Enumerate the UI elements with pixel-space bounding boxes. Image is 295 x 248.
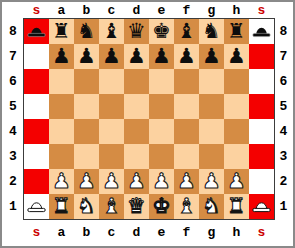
square-c1[interactable]: ♝ (99, 194, 124, 219)
square-c3[interactable] (99, 144, 124, 169)
square-s-left1[interactable] (24, 194, 49, 219)
square-h4[interactable] (224, 119, 249, 144)
square-b5[interactable] (74, 94, 99, 119)
square-a7[interactable]: ♟ (49, 44, 74, 69)
file-label-bottom-d: d (124, 219, 149, 246)
piece-black-pawn: ♟ (227, 44, 246, 69)
piece-black-pawn: ♟ (177, 44, 196, 69)
file-label-bottom-h: h (224, 219, 249, 246)
square-f8[interactable]: ♝ (174, 19, 199, 44)
piece-white-queen: ♛ (127, 194, 146, 219)
piece-white-pawn: ♟ (227, 169, 246, 194)
piece-white-pawn: ♟ (102, 169, 121, 194)
square-s-right6[interactable] (249, 69, 274, 94)
file-label-top-s-right: s (249, 2, 274, 19)
rank-label-right-7: 7 (274, 44, 293, 69)
piece-white-hat (27, 200, 46, 213)
square-a5[interactable] (49, 94, 74, 119)
square-g4[interactable] (199, 119, 224, 144)
file-label-top-a: a (49, 2, 74, 19)
square-g2[interactable]: ♟ (199, 169, 224, 194)
square-b8[interactable]: ♞ (74, 19, 99, 44)
square-e7[interactable]: ♟ (149, 44, 174, 69)
piece-black-knight: ♞ (202, 19, 221, 44)
square-c6[interactable] (99, 69, 124, 94)
piece-white-bishop: ♝ (102, 194, 121, 219)
rank-label-left-2: 2 (2, 169, 24, 194)
square-s-right1[interactable] (249, 194, 274, 219)
square-h5[interactable] (224, 94, 249, 119)
piece-black-queen: ♛ (127, 19, 146, 44)
piece-white-knight: ♞ (202, 194, 221, 219)
piece-white-pawn: ♟ (177, 169, 196, 194)
rank-label-right-8: 8 (274, 19, 293, 44)
square-g5[interactable] (199, 94, 224, 119)
piece-black-pawn: ♟ (127, 44, 146, 69)
square-s-right3[interactable] (249, 144, 274, 169)
square-h7[interactable]: ♟ (224, 44, 249, 69)
square-s-left6[interactable] (24, 69, 49, 94)
square-c5[interactable] (99, 94, 124, 119)
file-label-bottom-c: c (99, 219, 124, 246)
rank-label-left-6: 6 (2, 69, 24, 94)
piece-white-pawn: ♟ (52, 169, 71, 194)
square-s-left4[interactable] (24, 119, 49, 144)
square-h6[interactable] (224, 69, 249, 94)
square-f5[interactable] (174, 94, 199, 119)
square-s-left8[interactable] (24, 19, 49, 44)
square-e2[interactable]: ♟ (149, 169, 174, 194)
rank-label-left-7: 7 (2, 44, 24, 69)
square-s-right7[interactable] (249, 44, 274, 69)
piece-black-hat (252, 25, 271, 38)
corner-spacer (274, 219, 293, 246)
square-b4[interactable] (74, 119, 99, 144)
piece-white-pawn: ♟ (152, 169, 171, 194)
square-e8[interactable]: ♚ (149, 19, 174, 44)
rank-label-right-2: 2 (274, 169, 293, 194)
file-label-top-f: f (174, 2, 199, 19)
piece-black-hat (27, 25, 46, 38)
corner-spacer (274, 2, 293, 19)
square-f1[interactable]: ♝ (174, 194, 199, 219)
rank-label-right-5: 5 (274, 94, 293, 119)
square-a8[interactable]: ♜ (49, 19, 74, 44)
square-c4[interactable] (99, 119, 124, 144)
piece-black-pawn: ♟ (102, 44, 121, 69)
square-a6[interactable] (49, 69, 74, 94)
rank-label-left-1: 1 (2, 194, 24, 219)
square-s-left5[interactable] (24, 94, 49, 119)
square-h3[interactable] (224, 144, 249, 169)
square-c7[interactable]: ♟ (99, 44, 124, 69)
piece-black-knight: ♞ (77, 19, 96, 44)
square-e5[interactable] (149, 94, 174, 119)
piece-black-pawn: ♟ (152, 44, 171, 69)
square-f7[interactable]: ♟ (174, 44, 199, 69)
piece-white-king: ♚ (152, 194, 171, 219)
square-f3[interactable] (174, 144, 199, 169)
rank-label-left-4: 4 (2, 119, 24, 144)
square-h2[interactable]: ♟ (224, 169, 249, 194)
square-c2[interactable]: ♟ (99, 169, 124, 194)
file-label-top-s-left: s (24, 2, 49, 19)
square-s-left7[interactable] (24, 44, 49, 69)
square-h1[interactable]: ♜ (224, 194, 249, 219)
file-label-top-c: c (99, 2, 124, 19)
square-c8[interactable]: ♝ (99, 19, 124, 44)
square-s-left3[interactable] (24, 144, 49, 169)
square-g1[interactable]: ♞ (199, 194, 224, 219)
file-label-top-g: g (199, 2, 224, 19)
piece-black-pawn: ♟ (202, 44, 221, 69)
rank-label-right-3: 3 (274, 144, 293, 169)
piece-black-bishop: ♝ (102, 19, 121, 44)
square-a1[interactable]: ♜ (49, 194, 74, 219)
piece-black-pawn: ♟ (77, 44, 96, 69)
square-d1[interactable]: ♛ (124, 194, 149, 219)
square-g8[interactable]: ♞ (199, 19, 224, 44)
piece-black-bishop: ♝ (177, 19, 196, 44)
rank-label-right-6: 6 (274, 69, 293, 94)
square-f4[interactable] (174, 119, 199, 144)
square-s-left2[interactable] (24, 169, 49, 194)
piece-black-king: ♚ (152, 19, 171, 44)
rank-label-right-4: 4 (274, 119, 293, 144)
file-label-top-h: h (224, 2, 249, 19)
file-label-bottom-g: g (199, 219, 224, 246)
square-d4[interactable] (124, 119, 149, 144)
piece-white-pawn: ♟ (77, 169, 96, 194)
square-h8[interactable]: ♜ (224, 19, 249, 44)
piece-white-pawn: ♟ (202, 169, 221, 194)
square-s-right8[interactable] (249, 19, 274, 44)
piece-white-pawn: ♟ (127, 169, 146, 194)
piece-white-hat (252, 200, 271, 213)
square-e6[interactable] (149, 69, 174, 94)
square-b6[interactable] (74, 69, 99, 94)
piece-white-bishop: ♝ (177, 194, 196, 219)
square-g3[interactable] (199, 144, 224, 169)
chess-variant-board: sabcdefghs8♜♞♝♛♚♝♞♜87♟♟♟♟♟♟♟♟7665544332♟… (2, 2, 293, 246)
square-d6[interactable] (124, 69, 149, 94)
corner-spacer (2, 2, 24, 19)
piece-black-rook: ♜ (227, 19, 246, 44)
square-g7[interactable]: ♟ (199, 44, 224, 69)
square-a4[interactable] (49, 119, 74, 144)
square-f2[interactable]: ♟ (174, 169, 199, 194)
square-b2[interactable]: ♟ (74, 169, 99, 194)
file-label-top-b: b (74, 2, 99, 19)
square-b1[interactable]: ♞ (74, 194, 99, 219)
square-e3[interactable] (149, 144, 174, 169)
piece-white-rook: ♜ (227, 194, 246, 219)
piece-white-rook: ♜ (52, 194, 71, 219)
square-d8[interactable]: ♛ (124, 19, 149, 44)
square-s-right4[interactable] (249, 119, 274, 144)
square-e4[interactable] (149, 119, 174, 144)
rank-label-left-8: 8 (2, 19, 24, 44)
rank-label-left-5: 5 (2, 94, 24, 119)
rank-label-left-3: 3 (2, 144, 24, 169)
file-label-bottom-e: e (149, 219, 174, 246)
square-a2[interactable]: ♟ (49, 169, 74, 194)
file-label-bottom-s-left: s (24, 219, 49, 246)
square-e1[interactable]: ♚ (149, 194, 174, 219)
square-d3[interactable] (124, 144, 149, 169)
rank-label-right-1: 1 (274, 194, 293, 219)
square-f6[interactable] (174, 69, 199, 94)
piece-black-pawn: ♟ (52, 44, 71, 69)
square-a3[interactable] (49, 144, 74, 169)
piece-white-knight: ♞ (77, 194, 96, 219)
square-b7[interactable]: ♟ (74, 44, 99, 69)
square-d2[interactable]: ♟ (124, 169, 149, 194)
piece-black-rook: ♜ (52, 19, 71, 44)
square-s-right2[interactable] (249, 169, 274, 194)
square-s-right5[interactable] (249, 94, 274, 119)
file-label-bottom-b: b (74, 219, 99, 246)
corner-spacer (2, 219, 24, 246)
square-g6[interactable] (199, 69, 224, 94)
board-frame: sabcdefghs8♜♞♝♛♚♝♞♜87♟♟♟♟♟♟♟♟7665544332♟… (0, 0, 295, 248)
square-d7[interactable]: ♟ (124, 44, 149, 69)
square-b3[interactable] (74, 144, 99, 169)
square-d5[interactable] (124, 94, 149, 119)
file-label-top-e: e (149, 2, 174, 19)
file-label-top-d: d (124, 2, 149, 19)
file-label-bottom-s-right: s (249, 219, 274, 246)
file-label-bottom-a: a (49, 219, 74, 246)
file-label-bottom-f: f (174, 219, 199, 246)
